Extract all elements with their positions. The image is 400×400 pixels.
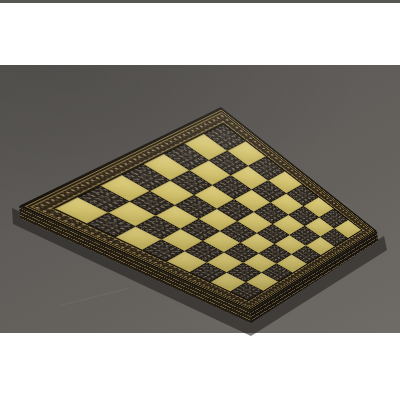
photo-edge-strip [0,0,400,3]
chessboard-product-photo [0,0,400,400]
slate-scratch [60,288,128,306]
